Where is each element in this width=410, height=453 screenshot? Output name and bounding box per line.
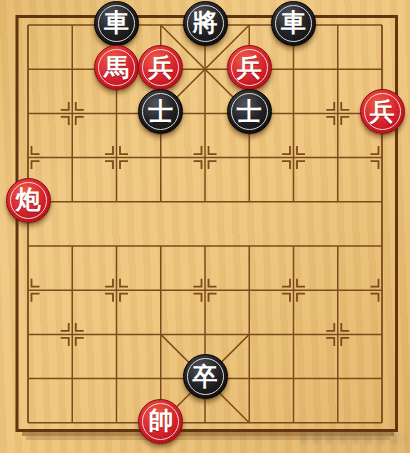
piece-glyph: 馬 (104, 55, 129, 80)
red-horse[interactable]: 馬 (94, 45, 139, 90)
red-soldier-f1[interactable]: 兵 (227, 45, 272, 90)
piece-glyph: 車 (281, 10, 306, 35)
piece-glyph: 兵 (237, 55, 262, 80)
piece-glyph: 兵 (148, 55, 173, 80)
black-general[interactable]: 將 (183, 1, 228, 46)
black-chariot-left[interactable]: 車 (94, 1, 139, 46)
piece-glyph: 士 (148, 99, 173, 124)
piece-glyph: 帥 (148, 408, 173, 433)
red-general[interactable]: 帥 (138, 399, 183, 444)
pieces-layer: 車將車馬兵兵士士兵炮卒帥 (6, 3, 404, 445)
xiangqi-board: 車將車馬兵兵士士兵炮卒帥 (0, 0, 410, 453)
red-cannon[interactable]: 炮 (6, 178, 51, 223)
red-soldier-i2[interactable]: 兵 (360, 89, 405, 134)
piece-glyph: 卒 (193, 364, 218, 389)
piece-glyph: 將 (193, 10, 218, 35)
piece-glyph: 炮 (16, 187, 41, 212)
black-advisor-right[interactable]: 士 (227, 89, 272, 134)
black-advisor-left[interactable]: 士 (138, 89, 183, 134)
piece-glyph: 兵 (370, 99, 395, 124)
black-chariot-right[interactable]: 車 (271, 1, 316, 46)
black-soldier[interactable]: 卒 (183, 354, 228, 399)
red-soldier-d1[interactable]: 兵 (138, 45, 183, 90)
piece-glyph: 車 (104, 10, 129, 35)
piece-glyph: 士 (237, 99, 262, 124)
